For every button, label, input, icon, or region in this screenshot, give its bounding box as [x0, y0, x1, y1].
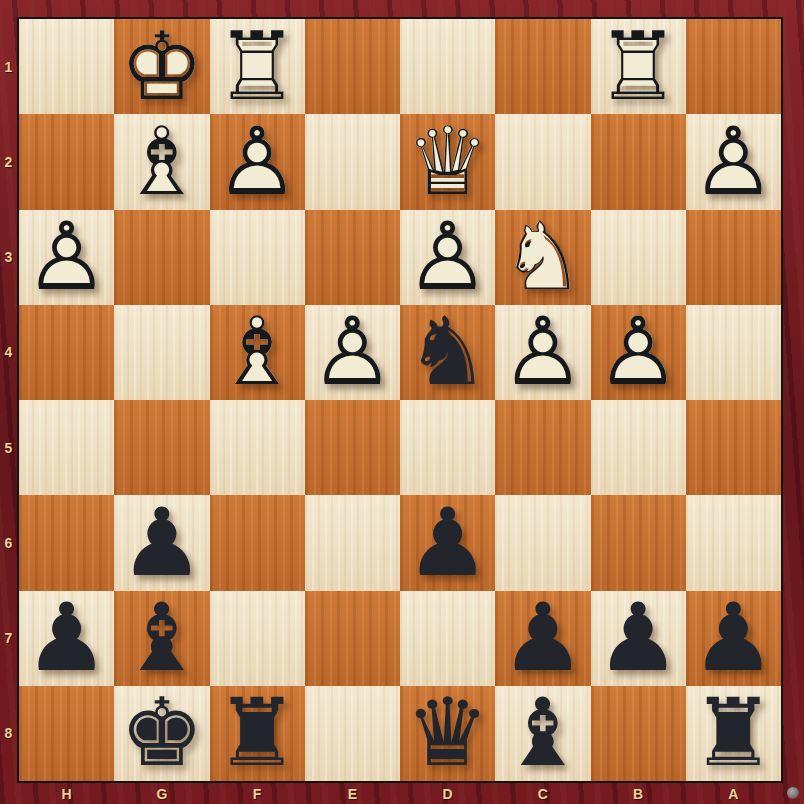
file-label-f: F: [210, 783, 305, 804]
black-pawn-piece[interactable]: ♟: [495, 591, 590, 686]
white-rook-piece[interactable]: ♜♖: [591, 19, 686, 114]
square-a8[interactable]: ♜: [686, 686, 781, 781]
black-queen-piece[interactable]: ♛: [400, 686, 495, 781]
square-a5[interactable]: [686, 400, 781, 495]
white-king-piece[interactable]: ♚♔: [114, 19, 209, 114]
square-a6[interactable]: [686, 495, 781, 590]
file-label-h: H: [19, 783, 114, 804]
square-c3[interactable]: ♞♘: [495, 210, 590, 305]
square-e5[interactable]: [305, 400, 400, 495]
rank-label-1: 1: [0, 19, 17, 114]
square-b1[interactable]: ♜♖: [591, 19, 686, 114]
rank-label-8: 8: [0, 686, 17, 781]
square-f3[interactable]: [210, 210, 305, 305]
square-g6[interactable]: ♟: [114, 495, 209, 590]
square-c2[interactable]: [495, 114, 590, 209]
square-a3[interactable]: [686, 210, 781, 305]
white-queen-piece[interactable]: ♛♕: [400, 114, 495, 209]
square-e3[interactable]: [305, 210, 400, 305]
rank-label-7: 7: [0, 591, 17, 686]
square-b4[interactable]: ♟♙: [591, 305, 686, 400]
rank-label-5: 5: [0, 400, 17, 495]
square-g1[interactable]: ♚♔: [114, 19, 209, 114]
white-bishop-piece[interactable]: ♝♗: [114, 114, 209, 209]
rank-label-4: 4: [0, 305, 17, 400]
square-a4[interactable]: [686, 305, 781, 400]
black-knight-piece[interactable]: ♞: [400, 305, 495, 400]
white-pawn-piece[interactable]: ♟♙: [210, 114, 305, 209]
square-h1[interactable]: [19, 19, 114, 114]
square-a7[interactable]: ♟: [686, 591, 781, 686]
square-d5[interactable]: [400, 400, 495, 495]
square-b5[interactable]: [591, 400, 686, 495]
square-h6[interactable]: [19, 495, 114, 590]
black-pawn-piece[interactable]: ♟: [591, 591, 686, 686]
square-a1[interactable]: [686, 19, 781, 114]
white-pawn-piece[interactable]: ♟♙: [19, 210, 114, 305]
square-d2[interactable]: ♛♕: [400, 114, 495, 209]
white-pawn-piece[interactable]: ♟♙: [686, 114, 781, 209]
square-g3[interactable]: [114, 210, 209, 305]
rank-label-3: 3: [0, 210, 17, 305]
file-labels: HGFEDCBA: [19, 783, 781, 804]
square-e4[interactable]: ♟♙: [305, 305, 400, 400]
square-e7[interactable]: [305, 591, 400, 686]
file-label-g: G: [114, 783, 209, 804]
square-h8[interactable]: [19, 686, 114, 781]
rank-label-6: 6: [0, 495, 17, 590]
square-d3[interactable]: ♟♙: [400, 210, 495, 305]
square-g5[interactable]: [114, 400, 209, 495]
square-d7[interactable]: [400, 591, 495, 686]
square-b6[interactable]: [591, 495, 686, 590]
square-g8[interactable]: ♚: [114, 686, 209, 781]
black-pawn-piece[interactable]: ♟: [686, 591, 781, 686]
black-pawn-piece[interactable]: ♟: [114, 495, 209, 590]
square-c6[interactable]: [495, 495, 590, 590]
black-pawn-piece[interactable]: ♟: [400, 495, 495, 590]
square-h2[interactable]: [19, 114, 114, 209]
square-f6[interactable]: [210, 495, 305, 590]
square-a2[interactable]: ♟♙: [686, 114, 781, 209]
square-c5[interactable]: [495, 400, 590, 495]
white-pawn-piece[interactable]: ♟♙: [591, 305, 686, 400]
square-d4[interactable]: ♞: [400, 305, 495, 400]
square-g7[interactable]: ♝: [114, 591, 209, 686]
white-pawn-piece[interactable]: ♟♙: [400, 210, 495, 305]
black-bishop-piece[interactable]: ♝: [114, 591, 209, 686]
square-b2[interactable]: [591, 114, 686, 209]
square-c8[interactable]: ♝: [495, 686, 590, 781]
square-f7[interactable]: [210, 591, 305, 686]
black-bishop-piece[interactable]: ♝: [495, 686, 590, 781]
square-e8[interactable]: [305, 686, 400, 781]
corner-dot: [787, 787, 799, 799]
square-e2[interactable]: [305, 114, 400, 209]
black-rook-piece[interactable]: ♜: [210, 686, 305, 781]
square-h4[interactable]: [19, 305, 114, 400]
file-label-c: C: [495, 783, 590, 804]
square-h7[interactable]: ♟: [19, 591, 114, 686]
black-pawn-piece[interactable]: ♟: [19, 591, 114, 686]
chessboard-frame: 12345678 ♚♔♜♖♜♖♝♗♟♙♛♕♟♙♟♙♟♙♞♘♝♗♟♙♞♟♙♟♙♟♟…: [0, 0, 804, 804]
square-f2[interactable]: ♟♙: [210, 114, 305, 209]
file-label-a: A: [686, 783, 781, 804]
square-b8[interactable]: [591, 686, 686, 781]
square-d8[interactable]: ♛: [400, 686, 495, 781]
square-f8[interactable]: ♜: [210, 686, 305, 781]
black-king-piece[interactable]: ♚: [114, 686, 209, 781]
chess-board[interactable]: ♚♔♜♖♜♖♝♗♟♙♛♕♟♙♟♙♟♙♞♘♝♗♟♙♞♟♙♟♙♟♟♟♝♟♟♟♚♜♛♝…: [17, 17, 783, 783]
square-g2[interactable]: ♝♗: [114, 114, 209, 209]
square-e1[interactable]: [305, 19, 400, 114]
square-f4[interactable]: ♝♗: [210, 305, 305, 400]
square-h3[interactable]: ♟♙: [19, 210, 114, 305]
white-pawn-piece[interactable]: ♟♙: [495, 305, 590, 400]
file-label-d: D: [400, 783, 495, 804]
file-label-b: B: [591, 783, 686, 804]
square-d1[interactable]: [400, 19, 495, 114]
rank-label-2: 2: [0, 114, 17, 209]
square-g4[interactable]: [114, 305, 209, 400]
square-h5[interactable]: [19, 400, 114, 495]
square-f1[interactable]: ♜♖: [210, 19, 305, 114]
square-e6[interactable]: [305, 495, 400, 590]
black-rook-piece[interactable]: ♜: [686, 686, 781, 781]
square-c1[interactable]: [495, 19, 590, 114]
square-d6[interactable]: ♟: [400, 495, 495, 590]
file-label-e: E: [305, 783, 400, 804]
rank-labels: 12345678: [0, 19, 17, 781]
white-pawn-piece[interactable]: ♟♙: [305, 305, 400, 400]
square-c7[interactable]: ♟: [495, 591, 590, 686]
square-f5[interactable]: [210, 400, 305, 495]
white-knight-piece[interactable]: ♞♘: [495, 210, 590, 305]
square-c4[interactable]: ♟♙: [495, 305, 590, 400]
white-rook-piece[interactable]: ♜♖: [210, 19, 305, 114]
square-b7[interactable]: ♟: [591, 591, 686, 686]
square-b3[interactable]: [591, 210, 686, 305]
white-bishop-piece[interactable]: ♝♗: [210, 305, 305, 400]
